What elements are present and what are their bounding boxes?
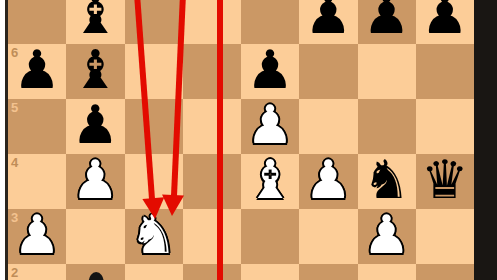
square-f5[interactable] xyxy=(299,99,357,154)
square-e7[interactable] xyxy=(241,0,299,44)
square-f3[interactable] xyxy=(299,209,357,264)
white-bishop-e4[interactable]: ♝ xyxy=(241,152,299,207)
square-a3[interactable]: 3♟ xyxy=(8,209,66,264)
square-h6[interactable] xyxy=(416,44,474,99)
black-pawn-b5[interactable]: ♟ xyxy=(66,97,124,152)
square-d7[interactable] xyxy=(183,0,241,44)
black-pawn-h7[interactable]: ♟ xyxy=(416,0,474,42)
square-g2[interactable] xyxy=(358,264,416,280)
square-e6[interactable]: ♟ xyxy=(241,44,299,99)
square-h3[interactable] xyxy=(416,209,474,264)
square-a5[interactable]: 5 xyxy=(8,99,66,154)
rank-label-2: 2 xyxy=(11,265,18,280)
black-pawn-e6[interactable]: ♟ xyxy=(241,42,299,97)
square-g7[interactable]: ♟ xyxy=(358,0,416,44)
black-queen-h4[interactable]: ♛ xyxy=(416,152,474,207)
square-c6[interactable] xyxy=(125,44,183,99)
square-f4[interactable]: ♟ xyxy=(299,154,357,209)
square-f7[interactable]: ♟ xyxy=(299,0,357,44)
square-a6[interactable]: 6♟ xyxy=(8,44,66,99)
square-b7[interactable]: ♝ xyxy=(66,0,124,44)
chess-board-screenshot: ♝♟♟♟6♟♝♟5♟♟4♟♝♟♞♛3♟♞♟2 xyxy=(0,0,497,280)
square-b5[interactable]: ♟ xyxy=(66,99,124,154)
rank-label-5: 5 xyxy=(11,100,18,115)
square-g5[interactable] xyxy=(358,99,416,154)
square-f6[interactable] xyxy=(299,44,357,99)
square-b2[interactable] xyxy=(66,264,124,280)
square-d4[interactable] xyxy=(183,154,241,209)
white-pawn-b4[interactable]: ♟ xyxy=(66,152,124,207)
square-e5[interactable]: ♟ xyxy=(241,99,299,154)
white-pawn-e5[interactable]: ♟ xyxy=(241,97,299,152)
square-g3[interactable]: ♟ xyxy=(358,209,416,264)
square-c7[interactable] xyxy=(125,0,183,44)
square-e3[interactable] xyxy=(241,209,299,264)
white-pawn-a3[interactable]: ♟ xyxy=(8,207,66,262)
square-a4[interactable]: 4 xyxy=(8,154,66,209)
square-b3[interactable] xyxy=(66,209,124,264)
black-pawn-a6[interactable]: ♟ xyxy=(8,42,66,97)
white-pawn-f4[interactable]: ♟ xyxy=(299,152,357,207)
rank-label-4: 4 xyxy=(11,155,18,170)
square-a2[interactable]: 2 xyxy=(8,264,66,280)
square-h7[interactable]: ♟ xyxy=(416,0,474,44)
square-h2[interactable] xyxy=(416,264,474,280)
square-g6[interactable] xyxy=(358,44,416,99)
square-h5[interactable] xyxy=(416,99,474,154)
black-pawn-g7[interactable]: ♟ xyxy=(358,0,416,42)
square-d3[interactable] xyxy=(183,209,241,264)
square-d6[interactable] xyxy=(183,44,241,99)
black-pawn-f7[interactable]: ♟ xyxy=(299,0,357,42)
white-pawn-g3[interactable]: ♟ xyxy=(358,207,416,262)
black-bishop-b6[interactable]: ♝ xyxy=(66,42,124,97)
square-f2[interactable] xyxy=(299,264,357,280)
square-e4[interactable]: ♝ xyxy=(241,154,299,209)
square-e2[interactable] xyxy=(241,264,299,280)
right-dark-panel xyxy=(474,0,497,280)
square-h4[interactable]: ♛ xyxy=(416,154,474,209)
square-d5[interactable] xyxy=(183,99,241,154)
square-a7[interactable] xyxy=(8,0,66,44)
square-b6[interactable]: ♝ xyxy=(66,44,124,99)
square-g4[interactable]: ♞ xyxy=(358,154,416,209)
cropped-piece-top-b2[interactable] xyxy=(89,272,104,280)
black-knight-g4[interactable]: ♞ xyxy=(358,152,416,207)
black-bishop-b7[interactable]: ♝ xyxy=(66,0,124,42)
square-c5[interactable] xyxy=(125,99,183,154)
white-knight-c3[interactable]: ♞ xyxy=(125,207,183,262)
square-b4[interactable]: ♟ xyxy=(66,154,124,209)
square-c3[interactable]: ♞ xyxy=(125,209,183,264)
square-d2[interactable] xyxy=(183,264,241,280)
square-c2[interactable] xyxy=(125,264,183,280)
square-c4[interactable] xyxy=(125,154,183,209)
chess-board[interactable]: ♝♟♟♟6♟♝♟5♟♟4♟♝♟♞♛3♟♞♟2 xyxy=(8,0,474,280)
board-left-edge-border xyxy=(5,0,8,280)
